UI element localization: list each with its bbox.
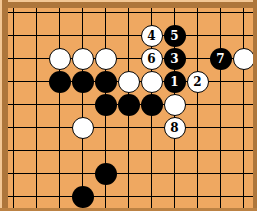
intersection-2-7: [48, 162, 71, 185]
intersection-6-5: [140, 116, 163, 139]
intersection-10-7: [232, 162, 255, 185]
intersection-5-3: [117, 70, 140, 93]
intersection-1-7: [25, 162, 48, 185]
intersection-7-2: 3: [163, 47, 186, 70]
stone-white-move-2: 2: [187, 71, 209, 93]
stone-black: [95, 163, 117, 185]
intersection-7-5: 8: [163, 116, 186, 139]
stone-white: [233, 48, 255, 70]
intersection-5-4: [117, 93, 140, 116]
stone-white-move-8: 8: [164, 117, 186, 139]
intersection-8-1: [186, 24, 209, 47]
intersection-10-3: [232, 70, 255, 93]
intersection-1-4: [25, 93, 48, 116]
intersection-10-4: [232, 93, 255, 116]
intersection-9-4: [209, 93, 232, 116]
intersection-9-1: [209, 24, 232, 47]
intersection-8-5: [186, 116, 209, 139]
intersection-4-4: [94, 93, 117, 116]
intersection-5-8: [117, 185, 140, 208]
intersection-3-5: [71, 116, 94, 139]
intersection-7-7: [163, 162, 186, 185]
intersection-9-8: [209, 185, 232, 208]
intersection-2-4: [48, 93, 71, 116]
intersection-10-6: [232, 139, 255, 162]
stone-white: [49, 48, 71, 70]
stone-black: [95, 94, 117, 116]
intersection-2-6: [48, 139, 71, 162]
board-edge-left: [0, 0, 8, 211]
intersection-1-3: [25, 70, 48, 93]
intersection-8-7: [186, 162, 209, 185]
intersection-3-3: [71, 70, 94, 93]
intersection-10-8: [232, 185, 255, 208]
intersection-6-3: [140, 70, 163, 93]
intersection-2-1: [48, 24, 71, 47]
intersection-8-2: [186, 47, 209, 70]
stone-white: [118, 71, 140, 93]
stone-black: [49, 71, 71, 93]
stone-black-move-3: 3: [164, 48, 186, 70]
intersection-9-3: [209, 70, 232, 93]
intersection-10-5: [232, 116, 255, 139]
intersection-4-1: [94, 24, 117, 47]
intersection-2-8: [48, 185, 71, 208]
intersection-10-2: [232, 47, 255, 70]
intersection-1-2: [25, 47, 48, 70]
stone-black-move-7: 7: [210, 48, 232, 70]
board-edge-top: [0, 0, 257, 8]
stone-white: [72, 117, 94, 139]
intersection-8-3: 2: [186, 70, 209, 93]
intersection-3-4: [71, 93, 94, 116]
intersection-4-6: [94, 139, 117, 162]
intersection-9-5: [209, 116, 232, 139]
stone-white-move-4: 4: [141, 25, 163, 47]
intersection-4-3: [94, 70, 117, 93]
intersection-6-8: [140, 185, 163, 208]
intersection-2-2: [48, 47, 71, 70]
intersection-5-5: [117, 116, 140, 139]
stone-white-move-6: 6: [141, 48, 163, 70]
intersection-7-6: [163, 139, 186, 162]
intersection-5-1: [117, 24, 140, 47]
intersection-1-6: [25, 139, 48, 162]
intersection-1-8: [25, 185, 48, 208]
intersection-6-4: [140, 93, 163, 116]
intersection-4-8: [94, 185, 117, 208]
intersection-7-1: 5: [163, 24, 186, 47]
intersection-2-5: [48, 116, 71, 139]
intersection-4-7: [94, 162, 117, 185]
image-edge-right: [253, 0, 257, 211]
intersection-5-6: [117, 139, 140, 162]
intersection-9-6: [209, 139, 232, 162]
intersection-1-1: [25, 24, 48, 47]
stone-black-move-5: 5: [164, 25, 186, 47]
intersection-1-5: [25, 116, 48, 139]
intersection-6-6: [140, 139, 163, 162]
intersection-4-2: [94, 47, 117, 70]
goban: 45637128: [2, 1, 255, 208]
intersection-8-8: [186, 185, 209, 208]
intersection-5-2: [117, 47, 140, 70]
stone-white: [95, 48, 117, 70]
stone-black: [72, 71, 94, 93]
intersection-6-2: 6: [140, 47, 163, 70]
stone-black: [141, 94, 163, 116]
intersection-5-7: [117, 162, 140, 185]
stone-black: [72, 186, 94, 208]
intersection-3-7: [71, 162, 94, 185]
intersection-7-4: [163, 93, 186, 116]
intersection-8-4: [186, 93, 209, 116]
intersection-6-1: 4: [140, 24, 163, 47]
stone-black-move-1: 1: [164, 71, 186, 93]
intersection-3-8: [71, 185, 94, 208]
stone-white: [164, 94, 186, 116]
stone-black: [95, 71, 117, 93]
stone-white: [141, 71, 163, 93]
intersection-7-3: 1: [163, 70, 186, 93]
image-edge-bottom: [0, 208, 257, 211]
stone-black: [118, 94, 140, 116]
intersection-3-1: [71, 24, 94, 47]
intersection-2-3: [48, 70, 71, 93]
intersection-9-2: 7: [209, 47, 232, 70]
intersection-3-2: [71, 47, 94, 70]
intersection-7-8: [163, 185, 186, 208]
intersection-6-7: [140, 162, 163, 185]
intersection-3-6: [71, 139, 94, 162]
intersection-8-6: [186, 139, 209, 162]
intersection-4-5: [94, 116, 117, 139]
intersection-10-1: [232, 24, 255, 47]
intersection-9-7: [209, 162, 232, 185]
go-diagram: 45637128: [0, 0, 257, 211]
stone-white: [72, 48, 94, 70]
